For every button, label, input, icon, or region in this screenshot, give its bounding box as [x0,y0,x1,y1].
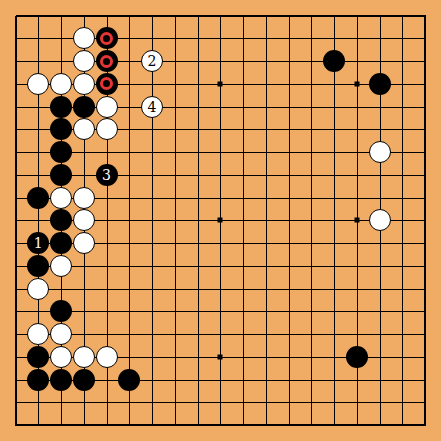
black-stone [27,255,49,277]
star-point [218,81,223,86]
white-stone [73,73,95,95]
black-stone [50,209,72,231]
move-number-label: 1 [34,236,43,250]
grid-line-horizontal [16,311,427,312]
white-stone [73,209,95,231]
black-stone [96,73,118,95]
grid-line-horizontal [16,402,427,403]
white-stone [96,118,118,140]
grid-line-vertical [424,16,426,427]
white-stone [27,323,49,345]
white-stone [50,323,72,345]
black-stone [73,369,95,391]
white-stone [96,346,118,368]
grid-line-horizontal [16,289,427,290]
grid-line-horizontal [16,424,427,426]
black-stone [50,164,72,186]
white-stone [73,187,95,209]
white-stone [369,141,391,163]
white-stone [27,73,49,95]
white-stone [369,209,391,231]
black-stone [323,50,345,72]
grid-line-vertical [266,16,267,427]
black-stone [50,300,72,322]
grid-line-vertical [243,16,244,427]
white-stone [27,278,49,300]
go-diagram: 2431 [0,0,441,441]
black-stone [50,118,72,140]
circle-mark [100,77,113,90]
black-stone [96,50,118,72]
grid-line-vertical [402,16,403,427]
black-stone [27,187,49,209]
black-stone [27,346,49,368]
white-stone [73,118,95,140]
white-stone [73,346,95,368]
black-stone [96,27,118,49]
star-point [354,81,359,86]
move-number-label: 2 [148,54,157,68]
black-stone [50,96,72,118]
circle-mark [100,32,113,45]
white-stone: 2 [141,50,163,72]
star-point [218,218,223,223]
star-point [218,354,223,359]
black-stone: 1 [27,232,49,254]
black-stone [50,141,72,163]
grid-line-vertical [311,16,312,427]
black-stone [27,369,49,391]
white-stone [50,346,72,368]
circle-mark [100,55,113,68]
white-stone [50,73,72,95]
grid-line-vertical [289,16,290,427]
white-stone [50,255,72,277]
black-stone [73,96,95,118]
go-board: 2431 [0,0,441,441]
move-number-label: 4 [148,100,157,114]
move-number-label: 3 [102,168,111,182]
star-point [354,218,359,223]
white-stone [96,96,118,118]
white-stone [73,232,95,254]
black-stone [346,346,368,368]
grid-line-vertical [334,16,335,427]
black-stone [50,232,72,254]
black-stone [118,369,140,391]
white-stone [50,187,72,209]
grid-line-horizontal [16,266,427,267]
black-stone [50,369,72,391]
grid-line-horizontal [16,334,427,335]
white-stone [73,27,95,49]
white-stone [73,50,95,72]
white-stone: 4 [141,96,163,118]
black-stone: 3 [96,164,118,186]
black-stone [369,73,391,95]
